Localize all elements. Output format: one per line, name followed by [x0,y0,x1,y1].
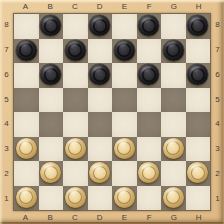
black-piece-e7[interactable] [114,40,135,61]
file-label-top-e: E [112,0,137,13]
square-h7[interactable] [186,39,211,64]
rank-label-left-6: 6 [0,63,13,88]
square-f2[interactable] [137,161,162,186]
file-label-bottom-e: E [112,211,137,224]
gold-piece-f2[interactable] [138,162,159,183]
rank-label-left-8: 8 [0,13,13,38]
square-f1[interactable] [137,186,162,211]
square-g8[interactable] [161,14,186,39]
rank-label-right-4: 4 [211,112,224,137]
square-h2[interactable] [186,161,211,186]
black-piece-g7[interactable] [163,40,184,61]
file-labels-top: ABCDEFGH [13,0,211,13]
black-piece-a7[interactable] [16,40,37,61]
checkers-board: ABCDEFGH ABCDEFGH 87654321 87654321 [0,0,224,224]
square-f6[interactable] [137,63,162,88]
file-label-top-b: B [38,0,63,13]
rank-labels-right: 87654321 [211,13,224,211]
square-f3[interactable] [137,137,162,162]
square-g2[interactable] [161,161,186,186]
rank-label-left-5: 5 [0,87,13,112]
square-b6[interactable] [39,63,64,88]
square-b4[interactable] [39,112,64,137]
square-d5[interactable] [88,88,113,113]
gold-piece-a1[interactable] [16,187,37,208]
square-e4[interactable] [112,112,137,137]
square-d8[interactable] [88,14,113,39]
square-d1[interactable] [88,186,113,211]
square-a1[interactable] [14,186,39,211]
gold-piece-g3[interactable] [163,138,184,159]
black-piece-d8[interactable] [89,15,110,36]
square-e7[interactable] [112,39,137,64]
gold-piece-b2[interactable] [40,162,61,183]
square-b5[interactable] [39,88,64,113]
black-piece-c7[interactable] [65,40,86,61]
square-g7[interactable] [161,39,186,64]
gold-piece-a3[interactable] [16,138,37,159]
square-a8[interactable] [14,14,39,39]
rank-label-left-3: 3 [0,137,13,162]
gold-piece-e1[interactable] [114,187,135,208]
square-h3[interactable] [186,137,211,162]
square-c5[interactable] [63,88,88,113]
square-g5[interactable] [161,88,186,113]
square-a7[interactable] [14,39,39,64]
file-label-top-h: H [186,0,211,13]
black-piece-b6[interactable] [40,64,61,85]
square-e5[interactable] [112,88,137,113]
black-piece-h6[interactable] [187,64,208,85]
rank-label-right-6: 6 [211,63,224,88]
rank-label-right-2: 2 [211,162,224,187]
playing-field [13,13,211,211]
file-label-bottom-b: B [38,211,63,224]
square-d7[interactable] [88,39,113,64]
square-c1[interactable] [63,186,88,211]
square-a4[interactable] [14,112,39,137]
gold-piece-c1[interactable] [65,187,86,208]
black-piece-f6[interactable] [138,64,159,85]
file-label-bottom-h: H [186,211,211,224]
rank-label-left-1: 1 [0,186,13,211]
gold-piece-g1[interactable] [163,187,184,208]
square-h6[interactable] [186,63,211,88]
square-h8[interactable] [186,14,211,39]
rank-label-left-7: 7 [0,38,13,63]
square-d3[interactable] [88,137,113,162]
file-label-bottom-d: D [87,211,112,224]
square-b1[interactable] [39,186,64,211]
square-e1[interactable] [112,186,137,211]
square-c6[interactable] [63,63,88,88]
square-g3[interactable] [161,137,186,162]
square-a2[interactable] [14,161,39,186]
square-e2[interactable] [112,161,137,186]
square-d6[interactable] [88,63,113,88]
file-label-bottom-f: F [137,211,162,224]
rank-label-right-8: 8 [211,13,224,38]
gold-piece-h2[interactable] [187,162,208,183]
square-b8[interactable] [39,14,64,39]
square-h5[interactable] [186,88,211,113]
file-label-bottom-g: G [162,211,187,224]
square-d2[interactable] [88,161,113,186]
square-b2[interactable] [39,161,64,186]
gold-piece-e3[interactable] [114,138,135,159]
rank-label-right-5: 5 [211,87,224,112]
square-e6[interactable] [112,63,137,88]
square-b7[interactable] [39,39,64,64]
square-f7[interactable] [137,39,162,64]
square-f8[interactable] [137,14,162,39]
square-c3[interactable] [63,137,88,162]
gold-piece-d2[interactable] [89,162,110,183]
square-b3[interactable] [39,137,64,162]
rank-label-right-3: 3 [211,137,224,162]
square-f4[interactable] [137,112,162,137]
file-labels-bottom: ABCDEFGH [13,211,211,224]
square-d4[interactable] [88,112,113,137]
black-piece-b8[interactable] [40,15,61,36]
gold-piece-c3[interactable] [65,138,86,159]
square-a3[interactable] [14,137,39,162]
square-g4[interactable] [161,112,186,137]
square-e8[interactable] [112,14,137,39]
black-piece-h8[interactable] [187,15,208,36]
file-label-top-f: F [137,0,162,13]
file-label-top-g: G [162,0,187,13]
black-piece-f8[interactable] [138,15,159,36]
square-c2[interactable] [63,161,88,186]
square-g1[interactable] [161,186,186,211]
square-g6[interactable] [161,63,186,88]
rank-label-left-2: 2 [0,162,13,187]
black-piece-d6[interactable] [89,64,110,85]
checkers-app: ABCDEFGH ABCDEFGH 87654321 87654321 [0,0,224,224]
rank-label-left-4: 4 [0,112,13,137]
file-label-top-d: D [87,0,112,13]
square-h4[interactable] [186,112,211,137]
square-e3[interactable] [112,137,137,162]
file-label-top-c: C [63,0,88,13]
file-label-bottom-c: C [63,211,88,224]
file-label-bottom-a: A [13,211,38,224]
square-a6[interactable] [14,63,39,88]
square-h1[interactable] [186,186,211,211]
square-f5[interactable] [137,88,162,113]
square-c4[interactable] [63,112,88,137]
file-label-top-a: A [13,0,38,13]
square-c7[interactable] [63,39,88,64]
rank-label-right-1: 1 [211,186,224,211]
square-a5[interactable] [14,88,39,113]
rank-label-right-7: 7 [211,38,224,63]
square-c8[interactable] [63,14,88,39]
rank-labels-left: 87654321 [0,13,13,211]
